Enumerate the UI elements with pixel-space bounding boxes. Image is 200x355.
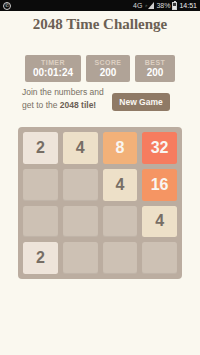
signal-strength-icon xyxy=(148,2,154,9)
score-label: SCORE xyxy=(95,58,122,67)
app-screen: ✆ 4G ↓↑ 38% 14:51 2048 Time Challenge TI… xyxy=(0,0,200,355)
intro-text: Join the numbers andget to the 2048 tile… xyxy=(22,86,104,112)
tile-8: 8 xyxy=(103,132,138,164)
tile-4: 4 xyxy=(142,206,177,238)
empty-cell xyxy=(103,242,138,274)
timer-box: TIMER 00:01:24 xyxy=(25,55,81,82)
game-board[interactable]: 2483241642 xyxy=(18,127,182,279)
network-type-label: 4G xyxy=(133,0,142,11)
intro-line1: Join the numbers and xyxy=(22,87,104,97)
tile-32: 32 xyxy=(142,132,177,164)
clock-label: 14:51 xyxy=(179,0,197,11)
best-box: BEST 200 xyxy=(135,55,175,82)
tile-2: 2 xyxy=(23,132,58,164)
intro-line2-prefix: get to the xyxy=(22,100,60,110)
new-game-button[interactable]: New Game xyxy=(112,93,170,111)
empty-cell xyxy=(23,206,58,238)
tile-4: 4 xyxy=(103,169,138,201)
empty-cell xyxy=(103,206,138,238)
intro-line2-goal: 2048 tile! xyxy=(60,100,96,110)
tile-4: 4 xyxy=(63,132,98,164)
timer-label: TIMER xyxy=(41,58,65,67)
whatsapp-notification-icon: ✆ xyxy=(3,2,11,10)
tile-2: 2 xyxy=(23,242,58,274)
empty-cell xyxy=(63,169,98,201)
empty-cell xyxy=(23,169,58,201)
score-box: SCORE 200 xyxy=(86,55,130,82)
best-value: 200 xyxy=(147,67,164,79)
empty-cell xyxy=(63,242,98,274)
timer-value: 00:01:24 xyxy=(33,67,73,79)
empty-cell xyxy=(142,242,177,274)
status-bar: ✆ 4G ↓↑ 38% 14:51 xyxy=(0,0,200,11)
best-label: BEST xyxy=(145,58,165,67)
battery-icon xyxy=(172,2,177,10)
tile-16: 16 xyxy=(142,169,177,201)
scoreboard: TIMER 00:01:24 SCORE 200 BEST 200 xyxy=(25,55,175,82)
page-title: 2048 Time Challenge xyxy=(0,16,200,33)
score-value: 200 xyxy=(100,67,117,79)
battery-percent-label: 38% xyxy=(156,0,170,11)
data-activity-arrows-icon: ↓↑ xyxy=(144,0,146,11)
empty-cell xyxy=(63,206,98,238)
